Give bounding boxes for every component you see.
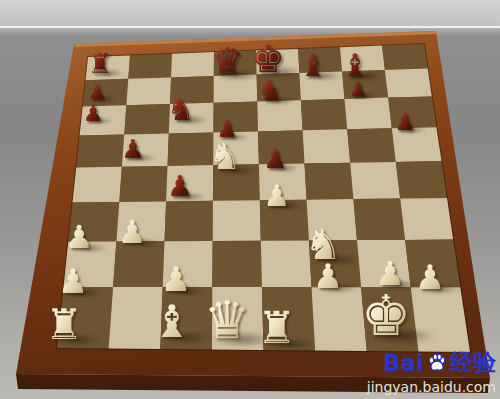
piece-black-pawn-g7[interactable]: ♟ bbox=[349, 79, 368, 100]
piece-white-pawn-h2[interactable]: ♟ bbox=[415, 260, 445, 294]
square-g5[interactable] bbox=[347, 128, 396, 163]
square-c8[interactable] bbox=[171, 52, 214, 77]
piece-black-bishop-f8[interactable]: ♝ bbox=[299, 50, 327, 81]
square-f6[interactable] bbox=[301, 99, 347, 130]
baidu-logo-text-jingyan: 经验 bbox=[450, 347, 496, 378]
square-d3[interactable] bbox=[213, 200, 261, 241]
square-g4[interactable] bbox=[350, 162, 400, 199]
piece-black-pawn-a6[interactable]: ♟ bbox=[83, 102, 104, 125]
square-c5[interactable] bbox=[168, 132, 214, 166]
square-h4[interactable] bbox=[396, 161, 447, 199]
piece-white-knight-d5[interactable]: ♞ bbox=[209, 139, 241, 175]
piece-black-pawn-c4[interactable]: ♟ bbox=[167, 172, 193, 201]
piece-white-pawn-f2[interactable]: ♟ bbox=[313, 259, 343, 293]
piece-black-pawn-b5[interactable]: ♟ bbox=[121, 136, 144, 162]
piece-white-rook-e1[interactable]: ♜ bbox=[257, 306, 296, 350]
square-b8[interactable] bbox=[128, 54, 172, 79]
piece-white-pawn-e4[interactable]: ♟ bbox=[264, 181, 291, 211]
square-f5[interactable] bbox=[303, 129, 351, 163]
square-f1[interactable] bbox=[312, 287, 367, 351]
baidu-watermark-url: jingyan.baidu.com bbox=[367, 379, 496, 395]
baidu-logo-text-bai: Bai bbox=[383, 350, 424, 376]
square-b7[interactable] bbox=[126, 77, 171, 105]
piece-black-knight-c6[interactable]: ♞ bbox=[167, 94, 195, 125]
piece-black-pawn-h5[interactable]: ♟ bbox=[394, 110, 416, 134]
piece-black-pawn-e5[interactable]: ♟ bbox=[263, 145, 287, 172]
square-f4[interactable] bbox=[305, 163, 354, 200]
piece-white-pawn-c2[interactable]: ♟ bbox=[161, 262, 191, 296]
square-h8[interactable] bbox=[382, 44, 428, 70]
square-c3[interactable] bbox=[165, 201, 213, 241]
baidu-watermark: Bai经验 jingyan.baidu.com bbox=[367, 347, 496, 395]
baidu-logo: Bai经验 bbox=[367, 347, 496, 378]
screenshot-scene: ♚♜♛♝♝♟♟♞♞♟♟♟♟♟♞♟♟♟♟♞♟♟♟♟♟♚♝♛♜♜ Bai经验 jin… bbox=[0, 0, 500, 399]
piece-white-king-g1[interactable]: ♚ bbox=[361, 288, 411, 344]
square-a5[interactable] bbox=[76, 135, 124, 168]
piece-white-bishop-c1[interactable]: ♝ bbox=[152, 299, 192, 344]
piece-white-pawn-a2[interactable]: ♟ bbox=[58, 264, 88, 298]
piece-white-rook-a1[interactable]: ♜ bbox=[45, 304, 83, 346]
square-g3[interactable] bbox=[353, 199, 405, 241]
piece-white-queen-d1[interactable]: ♛ bbox=[204, 294, 251, 346]
square-d2[interactable] bbox=[212, 241, 262, 287]
piece-black-knight-e7[interactable]: ♞ bbox=[257, 76, 283, 105]
piece-white-pawn-a3[interactable]: ♟ bbox=[65, 221, 94, 253]
square-b6[interactable] bbox=[124, 104, 170, 135]
piece-black-queen-d8[interactable]: ♛ bbox=[210, 43, 243, 80]
square-a4[interactable] bbox=[73, 167, 122, 203]
piece-black-king-e8[interactable]: ♚ bbox=[251, 40, 285, 78]
square-g6[interactable] bbox=[345, 98, 392, 130]
square-h7[interactable] bbox=[385, 69, 432, 98]
piece-white-pawn-b3[interactable]: ♟ bbox=[118, 216, 147, 248]
square-b4[interactable] bbox=[119, 166, 167, 202]
piece-black-rook-a8[interactable]: ♜ bbox=[88, 50, 112, 77]
square-h3[interactable] bbox=[400, 198, 453, 240]
baidu-paw-icon bbox=[426, 352, 448, 374]
